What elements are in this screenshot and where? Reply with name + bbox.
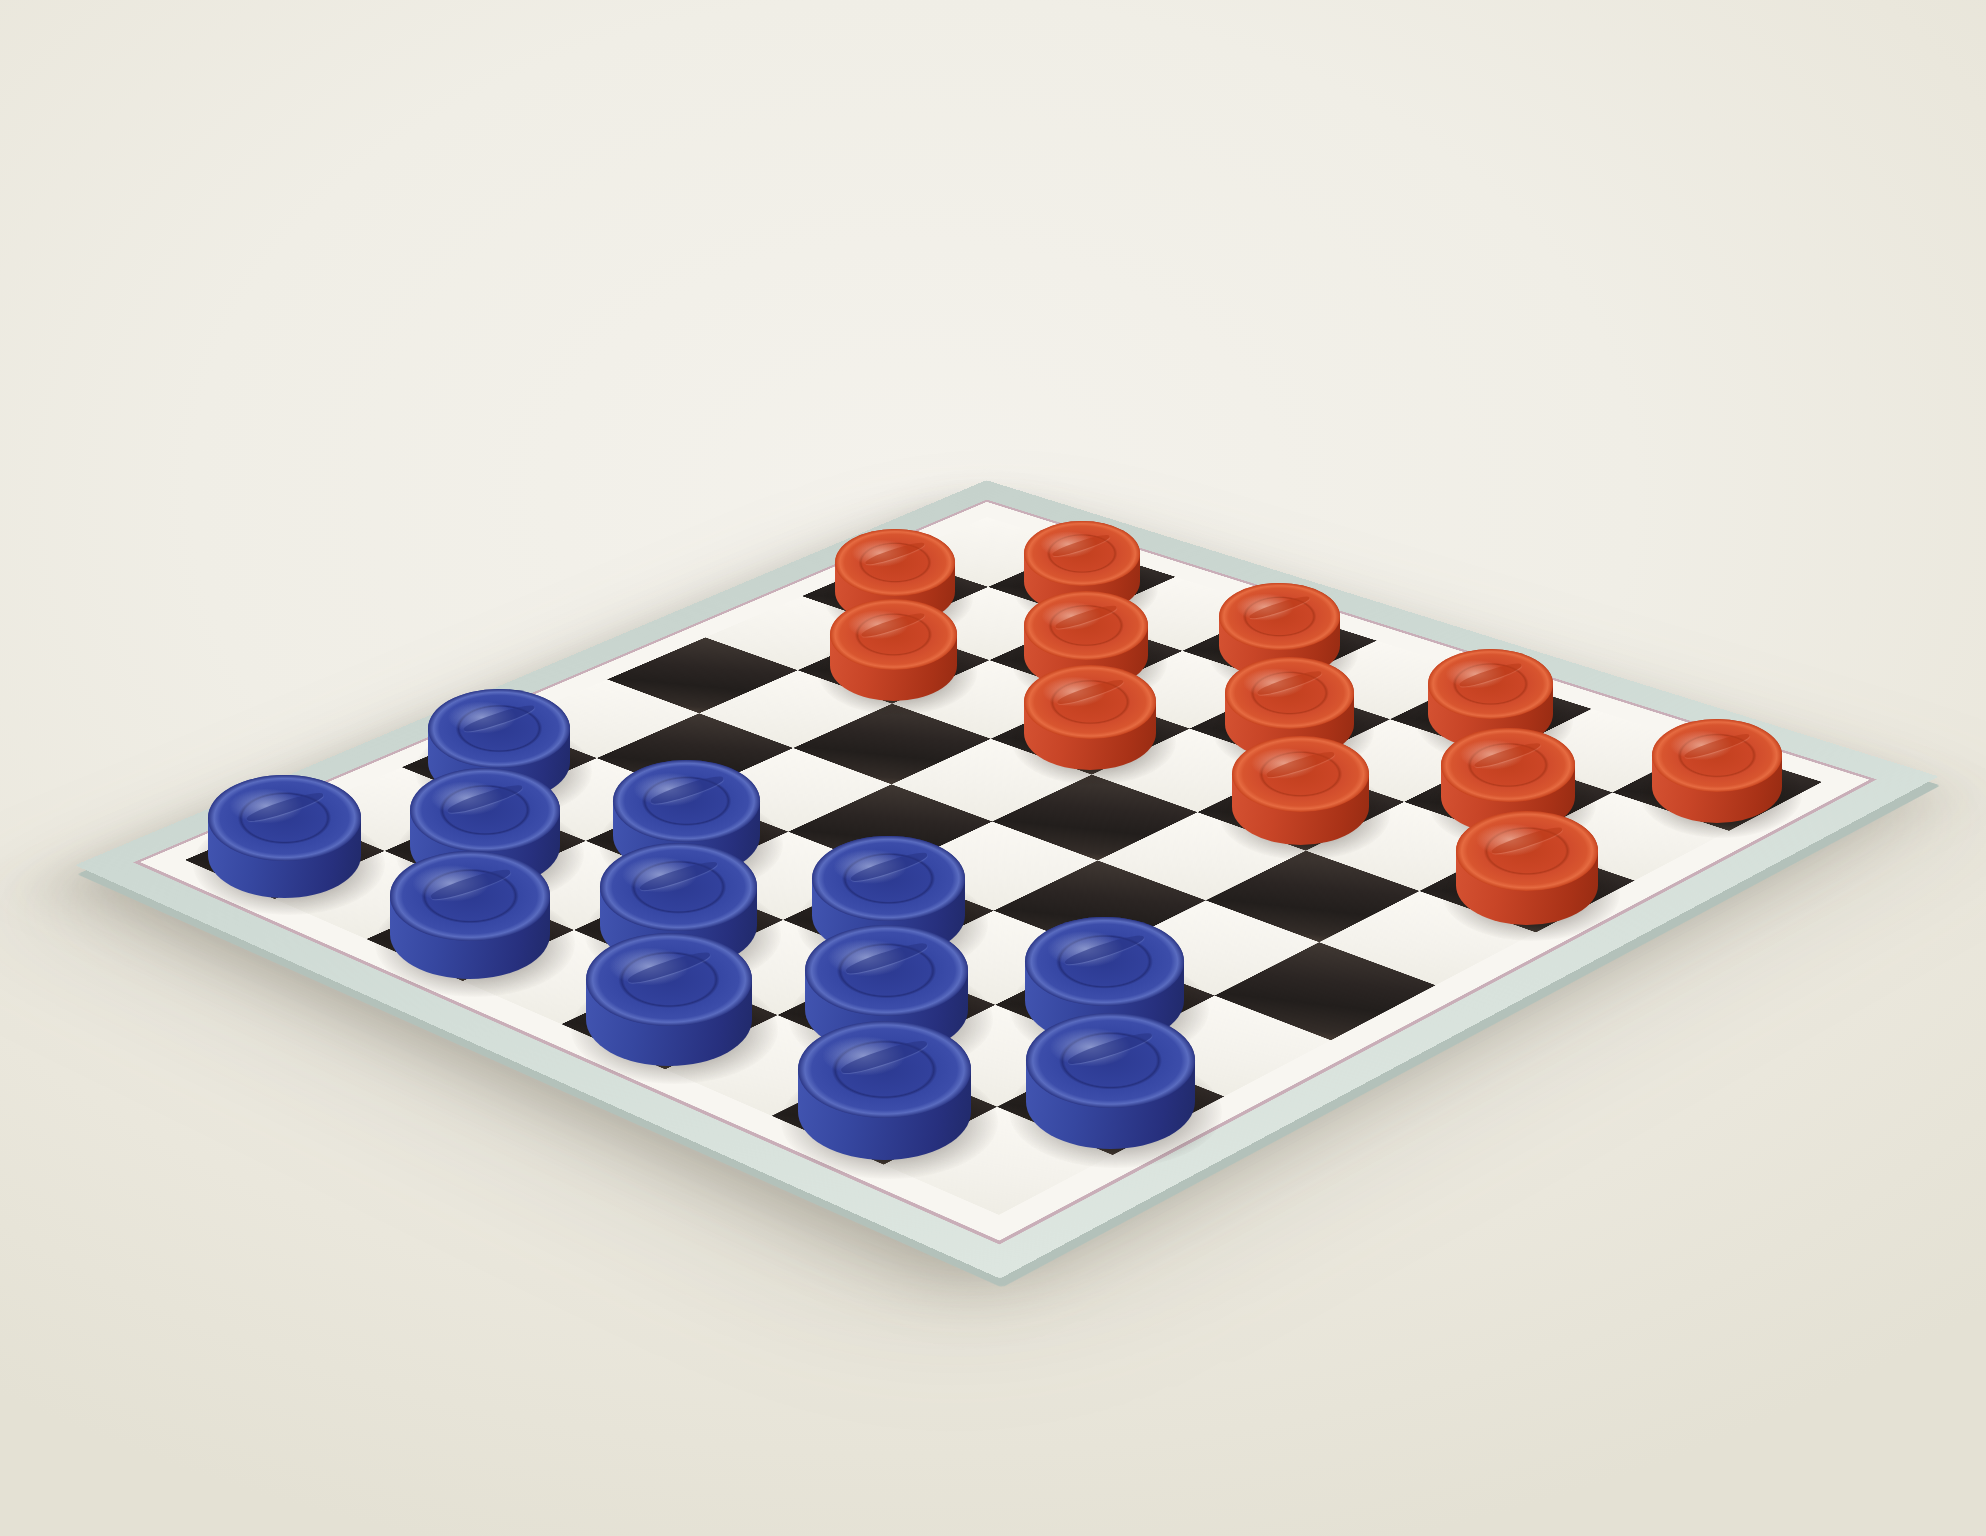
table-background [0, 0, 1986, 1536]
checkers-board [75, 480, 1939, 1278]
board-trim-line [133, 500, 1876, 1245]
board-white-margin [140, 502, 1869, 1241]
board-grid [185, 517, 1822, 1215]
